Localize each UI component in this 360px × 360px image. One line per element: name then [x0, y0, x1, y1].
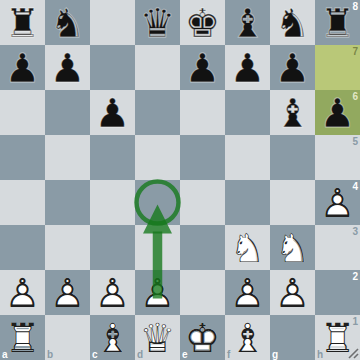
square-e4[interactable] — [180, 180, 225, 225]
piece-outline: ♗ — [225, 315, 270, 360]
black-queen-d8[interactable]: ♛ — [135, 0, 180, 45]
square-h7[interactable]: 7 — [315, 45, 360, 90]
square-b4[interactable] — [45, 180, 90, 225]
piece-outline: ♙ — [315, 180, 360, 225]
piece-outline: ♙ — [90, 270, 135, 315]
black-bishop-g6[interactable]: ♝ — [270, 90, 315, 135]
white-bishop-c1[interactable]: ♝♗ — [90, 315, 135, 360]
piece-outline: ♖ — [0, 315, 45, 360]
square-b1[interactable]: b — [45, 315, 90, 360]
white-king-e1[interactable]: ♚♔ — [180, 315, 225, 360]
square-c4[interactable] — [90, 180, 135, 225]
square-c3[interactable] — [90, 225, 135, 270]
square-f2[interactable]: ♟♙ — [225, 270, 270, 315]
square-g7[interactable]: ♟ — [270, 45, 315, 90]
square-e2[interactable] — [180, 270, 225, 315]
black-pawn-a7[interactable]: ♟ — [0, 45, 45, 90]
square-b8[interactable]: ♞ — [45, 0, 90, 45]
square-e1[interactable]: e♚♔ — [180, 315, 225, 360]
square-e3[interactable] — [180, 225, 225, 270]
piece-outline: ♙ — [270, 270, 315, 315]
rank-label-7: 7 — [352, 46, 358, 57]
square-f1[interactable]: f♝♗ — [225, 315, 270, 360]
black-rook-a8[interactable]: ♜ — [0, 0, 45, 45]
piece-outline: ♙ — [0, 270, 45, 315]
square-a3[interactable] — [0, 225, 45, 270]
square-a2[interactable]: ♟♙ — [0, 270, 45, 315]
piece-outline: ♖ — [315, 315, 360, 360]
square-d2[interactable]: ♟♙ — [135, 270, 180, 315]
rank-label-2: 2 — [352, 271, 358, 282]
square-g8[interactable]: ♞ — [270, 0, 315, 45]
square-d3[interactable] — [135, 225, 180, 270]
white-pawn-c2[interactable]: ♟♙ — [90, 270, 135, 315]
square-d1[interactable]: d♛♕ — [135, 315, 180, 360]
square-b2[interactable]: ♟♙ — [45, 270, 90, 315]
white-pawn-f2[interactable]: ♟♙ — [225, 270, 270, 315]
square-a4[interactable] — [0, 180, 45, 225]
square-d5[interactable] — [135, 135, 180, 180]
square-c7[interactable] — [90, 45, 135, 90]
square-d7[interactable] — [135, 45, 180, 90]
square-c8[interactable] — [90, 0, 135, 45]
square-h6[interactable]: 6♟ — [315, 90, 360, 135]
black-rook-h8[interactable]: ♜ — [315, 0, 360, 45]
black-pawn-c6[interactable]: ♟ — [90, 90, 135, 135]
square-e7[interactable]: ♟ — [180, 45, 225, 90]
square-f3[interactable]: ♞♘ — [225, 225, 270, 270]
piece-outline: ♗ — [90, 315, 135, 360]
square-f7[interactable]: ♟ — [225, 45, 270, 90]
square-c5[interactable] — [90, 135, 135, 180]
white-pawn-g2[interactable]: ♟♙ — [270, 270, 315, 315]
square-b7[interactable]: ♟ — [45, 45, 90, 90]
square-a6[interactable] — [0, 90, 45, 135]
white-pawn-b2[interactable]: ♟♙ — [45, 270, 90, 315]
black-king-e8[interactable]: ♚ — [180, 0, 225, 45]
square-a8[interactable]: ♜ — [0, 0, 45, 45]
white-pawn-d2[interactable]: ♟♙ — [135, 270, 180, 315]
square-c1[interactable]: c♝♗ — [90, 315, 135, 360]
white-knight-g3[interactable]: ♞♘ — [270, 225, 315, 270]
piece-outline: ♙ — [45, 270, 90, 315]
square-f6[interactable] — [225, 90, 270, 135]
white-pawn-h4[interactable]: ♟♙ — [315, 180, 360, 225]
black-pawn-e7[interactable]: ♟ — [180, 45, 225, 90]
black-pawn-b7[interactable]: ♟ — [45, 45, 90, 90]
file-label-g: g — [272, 349, 278, 360]
square-g3[interactable]: ♞♘ — [270, 225, 315, 270]
white-rook-a1[interactable]: ♜♖ — [0, 315, 45, 360]
square-b5[interactable] — [45, 135, 90, 180]
square-h2[interactable]: 2 — [315, 270, 360, 315]
file-label-b: b — [47, 349, 53, 360]
piece-outline: ♙ — [135, 270, 180, 315]
square-g5[interactable] — [270, 135, 315, 180]
black-knight-b8[interactable]: ♞ — [45, 0, 90, 45]
rank-label-3: 3 — [352, 226, 358, 237]
square-c6[interactable]: ♟ — [90, 90, 135, 135]
square-f8[interactable]: ♝ — [225, 0, 270, 45]
square-h3[interactable]: 3 — [315, 225, 360, 270]
square-e5[interactable] — [180, 135, 225, 180]
piece-outline: ♘ — [225, 225, 270, 270]
piece-outline: ♘ — [270, 225, 315, 270]
square-h8[interactable]: 8♜ — [315, 0, 360, 45]
square-f4[interactable] — [225, 180, 270, 225]
white-queen-d1[interactable]: ♛♕ — [135, 315, 180, 360]
black-bishop-f8[interactable]: ♝ — [225, 0, 270, 45]
chess-board: ♜♞♛♚♝♞8♜♟♟♟♟♟7♟♝6♟54♟♙♞♘♞♘3♟♙♟♙♟♙♟♙♟♙♟♙2… — [0, 0, 360, 360]
black-pawn-h6[interactable]: ♟ — [315, 90, 360, 135]
black-pawn-f7[interactable]: ♟ — [225, 45, 270, 90]
square-d6[interactable] — [135, 90, 180, 135]
square-g6[interactable]: ♝ — [270, 90, 315, 135]
square-a1[interactable]: a♜♖ — [0, 315, 45, 360]
piece-outline: ♕ — [135, 315, 180, 360]
square-h1[interactable]: 1h♜♖ — [315, 315, 360, 360]
square-g2[interactable]: ♟♙ — [270, 270, 315, 315]
square-e6[interactable] — [180, 90, 225, 135]
white-pawn-a2[interactable]: ♟♙ — [0, 270, 45, 315]
square-h5[interactable]: 5 — [315, 135, 360, 180]
square-b3[interactable] — [45, 225, 90, 270]
square-h4[interactable]: 4♟♙ — [315, 180, 360, 225]
square-e8[interactable]: ♚ — [180, 0, 225, 45]
white-bishop-f1[interactable]: ♝♗ — [225, 315, 270, 360]
white-rook-h1[interactable]: ♜♖ — [315, 315, 360, 360]
square-f5[interactable] — [225, 135, 270, 180]
white-knight-f3[interactable]: ♞♘ — [225, 225, 270, 270]
square-d8[interactable]: ♛ — [135, 0, 180, 45]
square-a7[interactable]: ♟ — [0, 45, 45, 90]
square-a5[interactable] — [0, 135, 45, 180]
chess-app: ♜♞♛♚♝♞8♜♟♟♟♟♟7♟♝6♟54♟♙♞♘♞♘3♟♙♟♙♟♙♟♙♟♙♟♙2… — [0, 0, 360, 360]
square-d4[interactable] — [135, 180, 180, 225]
rank-label-5: 5 — [352, 136, 358, 147]
black-knight-g8[interactable]: ♞ — [270, 0, 315, 45]
piece-outline: ♔ — [180, 315, 225, 360]
square-b6[interactable] — [45, 90, 90, 135]
piece-outline: ♙ — [225, 270, 270, 315]
square-g4[interactable] — [270, 180, 315, 225]
black-pawn-g7[interactable]: ♟ — [270, 45, 315, 90]
square-c2[interactable]: ♟♙ — [90, 270, 135, 315]
square-g1[interactable]: g — [270, 315, 315, 360]
